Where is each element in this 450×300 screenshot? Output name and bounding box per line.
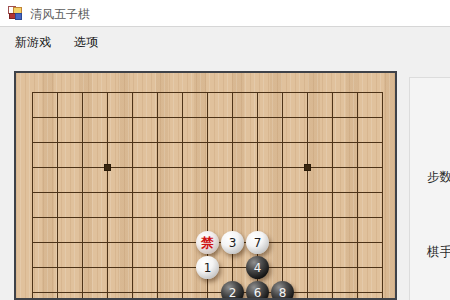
intersection-8-5[interactable] <box>145 280 170 300</box>
intersection-6-13[interactable] <box>345 230 370 255</box>
intersection-5-1[interactable] <box>45 205 70 230</box>
intersection-2-12[interactable] <box>320 130 345 155</box>
intersection-8-12[interactable] <box>320 280 345 300</box>
intersection-1-4[interactable] <box>120 105 145 130</box>
intersection-8-14[interactable] <box>370 280 395 300</box>
info-panel: 步数 棋手 <box>409 77 450 300</box>
intersection-7-13[interactable] <box>345 255 370 280</box>
intersection-4-3[interactable] <box>95 180 120 205</box>
intersection-8-9: 6 <box>245 280 270 300</box>
intersection-0-14[interactable] <box>370 80 395 105</box>
intersection-2-14[interactable] <box>370 130 395 155</box>
star-point <box>304 164 311 171</box>
intersection-1-10[interactable] <box>270 105 295 130</box>
intersection-4-8[interactable] <box>220 180 245 205</box>
intersection-8-11[interactable] <box>295 280 320 300</box>
intersection-6-4[interactable] <box>120 230 145 255</box>
intersection-8-2[interactable] <box>70 280 95 300</box>
intersection-8-13[interactable] <box>345 280 370 300</box>
intersection-3-14[interactable] <box>370 155 395 180</box>
intersection-2-1[interactable] <box>45 130 70 155</box>
stone-white-3: 3 <box>221 231 244 254</box>
intersection-1-1[interactable] <box>45 105 70 130</box>
forbidden-marker: 禁 <box>196 231 219 254</box>
intersection-3-6[interactable] <box>170 155 195 180</box>
intersection-3-8[interactable] <box>220 155 245 180</box>
intersection-1-0[interactable] <box>20 105 45 130</box>
intersection-8-10: 8 <box>270 280 295 300</box>
intersection-7-7: 1 <box>195 255 220 280</box>
intersection-8-0[interactable] <box>20 280 45 300</box>
intersection-2-5[interactable] <box>145 130 170 155</box>
stone-black-4: 4 <box>246 256 269 279</box>
intersection-5-5[interactable] <box>145 205 170 230</box>
intersection-3-4[interactable] <box>120 155 145 180</box>
gomoku-board[interactable]: 禁3714268 <box>14 71 397 300</box>
intersection-2-2[interactable] <box>70 130 95 155</box>
intersection-4-6[interactable] <box>170 180 195 205</box>
intersection-5-8[interactable] <box>220 205 245 230</box>
stone-black-8: 8 <box>271 281 294 300</box>
intersection-6-2[interactable] <box>70 230 95 255</box>
intersection-1-7[interactable] <box>195 105 220 130</box>
intersection-6-14[interactable] <box>370 230 395 255</box>
intersection-3-13[interactable] <box>345 155 370 180</box>
app-window: 清风五子棋 新游戏 选项 禁3714268 步数 棋手 <box>0 0 450 300</box>
intersection-6-0[interactable] <box>20 230 45 255</box>
intersection-6-12[interactable] <box>320 230 345 255</box>
intersection-2-13[interactable] <box>345 130 370 155</box>
intersection-6-7: 禁 <box>195 230 220 255</box>
intersection-3-7[interactable] <box>195 155 220 180</box>
intersection-7-10[interactable] <box>270 255 295 280</box>
intersection-6-8: 3 <box>220 230 245 255</box>
intersection-5-11[interactable] <box>295 205 320 230</box>
intersection-7-14[interactable] <box>370 255 395 280</box>
window-title: 清风五子棋 <box>30 6 90 23</box>
stone-white-7: 7 <box>246 231 269 254</box>
intersection-7-9: 4 <box>245 255 270 280</box>
intersection-2-10[interactable] <box>270 130 295 155</box>
intersection-1-8[interactable] <box>220 105 245 130</box>
intersection-0-12[interactable] <box>320 80 345 105</box>
intersection-3-5[interactable] <box>145 155 170 180</box>
intersection-0-4[interactable] <box>120 80 145 105</box>
intersection-0-11[interactable] <box>295 80 320 105</box>
intersection-5-6[interactable] <box>170 205 195 230</box>
intersection-0-6[interactable] <box>170 80 195 105</box>
intersection-2-6[interactable] <box>170 130 195 155</box>
stone-black-6: 6 <box>246 281 269 300</box>
intersection-1-6[interactable] <box>170 105 195 130</box>
intersection-5-2[interactable] <box>70 205 95 230</box>
intersection-4-14[interactable] <box>370 180 395 205</box>
intersection-8-3[interactable] <box>95 280 120 300</box>
intersection-1-13[interactable] <box>345 105 370 130</box>
intersection-4-4[interactable] <box>120 180 145 205</box>
intersection-7-11[interactable] <box>295 255 320 280</box>
intersection-8-1[interactable] <box>45 280 70 300</box>
intersection-0-2[interactable] <box>70 80 95 105</box>
move-count-label: 步数 <box>427 169 450 186</box>
intersection-0-0[interactable] <box>20 80 45 105</box>
intersection-0-9[interactable] <box>245 80 270 105</box>
intersection-7-1[interactable] <box>45 255 70 280</box>
intersection-6-5[interactable] <box>145 230 170 255</box>
intersection-6-3[interactable] <box>95 230 120 255</box>
intersection-5-13[interactable] <box>345 205 370 230</box>
intersection-4-1[interactable] <box>45 180 70 205</box>
intersection-0-7[interactable] <box>195 80 220 105</box>
intersection-4-9[interactable] <box>245 180 270 205</box>
intersection-4-0[interactable] <box>20 180 45 205</box>
intersection-5-4[interactable] <box>120 205 145 230</box>
intersection-2-7[interactable] <box>195 130 220 155</box>
intersection-7-0[interactable] <box>20 255 45 280</box>
intersection-4-7[interactable] <box>195 180 220 205</box>
intersection-3-10[interactable] <box>270 155 295 180</box>
intersection-3-0[interactable] <box>20 155 45 180</box>
intersection-8-7[interactable] <box>195 280 220 300</box>
intersection-7-6[interactable] <box>170 255 195 280</box>
intersection-1-5[interactable] <box>145 105 170 130</box>
intersection-3-2[interactable] <box>70 155 95 180</box>
intersection-1-12[interactable] <box>320 105 345 130</box>
intersection-7-3[interactable] <box>95 255 120 280</box>
intersection-3-1[interactable] <box>45 155 70 180</box>
intersection-1-11[interactable] <box>295 105 320 130</box>
intersection-4-2[interactable] <box>70 180 95 205</box>
intersection-0-5[interactable] <box>145 80 170 105</box>
intersection-3-9[interactable] <box>245 155 270 180</box>
intersection-4-13[interactable] <box>345 180 370 205</box>
intersection-4-5[interactable] <box>145 180 170 205</box>
intersection-1-3[interactable] <box>95 105 120 130</box>
stone-white-1: 1 <box>196 256 219 279</box>
intersection-5-0[interactable] <box>20 205 45 230</box>
intersection-2-11[interactable] <box>295 130 320 155</box>
intersection-2-0[interactable] <box>20 130 45 155</box>
intersection-5-12[interactable] <box>320 205 345 230</box>
intersection-8-4[interactable] <box>120 280 145 300</box>
intersection-3-3[interactable] <box>95 155 120 180</box>
intersection-7-4[interactable] <box>120 255 145 280</box>
intersection-2-9[interactable] <box>245 130 270 155</box>
intersection-0-10[interactable] <box>270 80 295 105</box>
menu-bar: 新游戏 选项 <box>0 28 450 57</box>
intersection-2-8[interactable] <box>220 130 245 155</box>
menu-options[interactable]: 选项 <box>65 29 107 56</box>
menu-new-game[interactable]: 新游戏 <box>6 29 60 56</box>
intersection-5-14[interactable] <box>370 205 395 230</box>
intersection-5-7[interactable] <box>195 205 220 230</box>
intersection-1-14[interactable] <box>370 105 395 130</box>
intersection-7-8[interactable] <box>220 255 245 280</box>
intersection-1-2[interactable] <box>70 105 95 130</box>
intersection-3-12[interactable] <box>320 155 345 180</box>
intersection-6-11[interactable] <box>295 230 320 255</box>
intersection-8-8: 2 <box>220 280 245 300</box>
intersection-6-6[interactable] <box>170 230 195 255</box>
intersection-7-2[interactable] <box>70 255 95 280</box>
intersection-5-3[interactable] <box>95 205 120 230</box>
intersection-2-4[interactable] <box>120 130 145 155</box>
intersection-4-10[interactable] <box>270 180 295 205</box>
intersection-5-9[interactable] <box>245 205 270 230</box>
stone-black-2: 2 <box>221 281 244 300</box>
intersection-0-13[interactable] <box>345 80 370 105</box>
intersection-0-8[interactable] <box>220 80 245 105</box>
app-icon <box>8 6 22 20</box>
player-label: 棋手 <box>427 244 450 261</box>
intersection-7-5[interactable] <box>145 255 170 280</box>
intersection-5-10[interactable] <box>270 205 295 230</box>
intersection-3-11[interactable] <box>295 155 320 180</box>
intersection-6-1[interactable] <box>45 230 70 255</box>
intersection-0-1[interactable] <box>45 80 70 105</box>
star-point <box>104 164 111 171</box>
intersection-6-9: 7 <box>245 230 270 255</box>
intersection-6-10[interactable] <box>270 230 295 255</box>
title-bar: 清风五子棋 <box>0 0 450 27</box>
intersection-7-12[interactable] <box>320 255 345 280</box>
board-grid: 禁3714268 <box>20 80 395 300</box>
intersection-1-9[interactable] <box>245 105 270 130</box>
intersection-4-11[interactable] <box>295 180 320 205</box>
intersection-0-3[interactable] <box>95 80 120 105</box>
intersection-8-6[interactable] <box>170 280 195 300</box>
intersection-4-12[interactable] <box>320 180 345 205</box>
intersection-2-3[interactable] <box>95 130 120 155</box>
